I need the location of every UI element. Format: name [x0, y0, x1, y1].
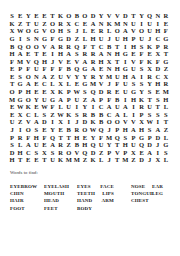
grid-cell[interactable]: Y: [32, 95, 40, 103]
grid-cell[interactable]: F: [48, 35, 56, 43]
grid-cell[interactable]: D: [97, 88, 105, 96]
grid-cell[interactable]: A: [48, 141, 56, 149]
grid-cell[interactable]: L: [162, 156, 170, 164]
grid-cell[interactable]: U: [129, 20, 137, 28]
grid-cell[interactable]: H: [113, 65, 121, 73]
grid-cell[interactable]: L: [81, 27, 89, 35]
grid-cell[interactable]: E: [162, 20, 170, 28]
grid-cell[interactable]: R: [57, 148, 65, 156]
grid-cell[interactable]: E: [8, 111, 16, 119]
grid-cell[interactable]: K: [138, 95, 146, 103]
grid-cell[interactable]: F: [105, 95, 113, 103]
grid-cell[interactable]: V: [65, 73, 73, 81]
grid-cell[interactable]: U: [57, 73, 65, 81]
grid-cell[interactable]: V: [24, 118, 32, 126]
grid-cell[interactable]: A: [89, 65, 97, 73]
grid-cell[interactable]: D: [121, 12, 129, 20]
grid-cell[interactable]: G: [138, 133, 146, 141]
grid-cell[interactable]: I: [129, 103, 137, 111]
grid-cell[interactable]: S: [8, 141, 16, 149]
grid-cell[interactable]: L: [81, 35, 89, 43]
grid-cell[interactable]: N: [97, 20, 105, 28]
grid-cell[interactable]: Z: [97, 148, 105, 156]
grid-cell[interactable]: J: [105, 126, 113, 134]
grid-cell[interactable]: M: [16, 57, 24, 65]
grid-cell[interactable]: B: [65, 65, 73, 73]
grid-cell[interactable]: B: [97, 118, 105, 126]
grid-cell[interactable]: V: [40, 27, 48, 35]
grid-cell[interactable]: A: [105, 103, 113, 111]
grid-cell[interactable]: S: [138, 65, 146, 73]
grid-cell[interactable]: E: [40, 126, 48, 134]
grid-cell[interactable]: Y: [81, 73, 89, 81]
grid-cell[interactable]: R: [162, 42, 170, 50]
grid-cell[interactable]: I: [73, 103, 81, 111]
grid-cell[interactable]: G: [121, 65, 129, 73]
grid-cell[interactable]: D: [154, 133, 162, 141]
grid-cell[interactable]: F: [24, 133, 32, 141]
grid-cell[interactable]: S: [162, 111, 170, 119]
grid-cell[interactable]: O: [24, 42, 32, 50]
grid-cell[interactable]: T: [129, 12, 137, 20]
grid-cell[interactable]: T: [16, 156, 24, 164]
grid-cell[interactable]: H: [121, 73, 129, 81]
grid-cell[interactable]: R: [97, 27, 105, 35]
grid-cell[interactable]: H: [113, 50, 121, 58]
grid-cell[interactable]: H: [73, 133, 81, 141]
grid-cell[interactable]: T: [162, 118, 170, 126]
grid-cell[interactable]: L: [65, 80, 73, 88]
grid-cell[interactable]: B: [113, 95, 121, 103]
grid-cell[interactable]: R: [105, 88, 113, 96]
grid-cell[interactable]: Q: [81, 148, 89, 156]
grid-cell[interactable]: L: [32, 111, 40, 119]
grid-cell[interactable]: P: [154, 42, 162, 50]
grid-cell[interactable]: R: [162, 80, 170, 88]
grid-cell[interactable]: X: [65, 20, 73, 28]
grid-cell[interactable]: O: [48, 20, 56, 28]
grid-cell[interactable]: N: [105, 65, 113, 73]
grid-cell[interactable]: S: [24, 35, 32, 43]
grid-cell[interactable]: L: [162, 103, 170, 111]
grid-cell[interactable]: O: [81, 12, 89, 20]
grid-cell[interactable]: X: [105, 57, 113, 65]
grid-cell[interactable]: F: [154, 57, 162, 65]
grid-cell[interactable]: U: [138, 35, 146, 43]
grid-cell[interactable]: M: [162, 88, 170, 96]
grid-cell[interactable]: I: [129, 111, 137, 119]
grid-cell[interactable]: B: [65, 126, 73, 134]
grid-cell[interactable]: E: [32, 12, 40, 20]
grid-cell[interactable]: R: [16, 133, 24, 141]
grid-cell[interactable]: X: [162, 73, 170, 81]
grid-cell[interactable]: W: [89, 126, 97, 134]
grid-cell[interactable]: I: [154, 148, 162, 156]
grid-cell[interactable]: X: [138, 118, 146, 126]
grid-cell[interactable]: M: [65, 156, 73, 164]
grid-cell[interactable]: V: [105, 12, 113, 20]
grid-cell[interactable]: U: [32, 141, 40, 149]
grid-cell[interactable]: A: [24, 141, 32, 149]
grid-cell[interactable]: O: [138, 27, 146, 35]
grid-cell[interactable]: A: [65, 50, 73, 58]
grid-cell[interactable]: B: [97, 111, 105, 119]
grid-cell[interactable]: L: [105, 27, 113, 35]
grid-cell[interactable]: Y: [81, 103, 89, 111]
grid-cell[interactable]: S: [73, 50, 81, 58]
grid-cell[interactable]: K: [146, 57, 154, 65]
grid-cell[interactable]: H: [162, 95, 170, 103]
grid-cell[interactable]: G: [48, 95, 56, 103]
grid-cell[interactable]: J: [154, 141, 162, 149]
grid-cell[interactable]: I: [65, 118, 73, 126]
grid-cell[interactable]: V: [57, 57, 65, 65]
grid-cell[interactable]: A: [48, 42, 56, 50]
grid-cell[interactable]: X: [57, 118, 65, 126]
grid-cell[interactable]: A: [40, 73, 48, 81]
grid-cell[interactable]: F: [138, 57, 146, 65]
grid-cell[interactable]: F: [162, 27, 170, 35]
grid-cell[interactable]: A: [81, 57, 89, 65]
grid-cell[interactable]: Q: [32, 57, 40, 65]
grid-cell[interactable]: N: [105, 50, 113, 58]
grid-cell[interactable]: U: [40, 95, 48, 103]
grid-cell[interactable]: U: [146, 20, 154, 28]
grid-cell[interactable]: U: [129, 65, 137, 73]
grid-cell[interactable]: V: [24, 57, 32, 65]
grid-cell[interactable]: R: [57, 20, 65, 28]
grid-cell[interactable]: G: [129, 88, 137, 96]
grid-cell[interactable]: D: [138, 156, 146, 164]
grid-cell[interactable]: U: [8, 118, 16, 126]
grid-cell[interactable]: B: [73, 141, 81, 149]
grid-cell[interactable]: H: [40, 57, 48, 65]
grid-cell[interactable]: S: [16, 73, 24, 81]
grid-cell[interactable]: S: [81, 88, 89, 96]
grid-cell[interactable]: E: [40, 141, 48, 149]
grid-cell[interactable]: T: [65, 133, 73, 141]
grid-cell[interactable]: P: [129, 35, 137, 43]
grid-cell[interactable]: X: [154, 50, 162, 58]
grid-cell[interactable]: K: [57, 88, 65, 96]
grid-cell[interactable]: F: [48, 65, 56, 73]
grid-cell[interactable]: T: [8, 80, 16, 88]
grid-cell[interactable]: A: [89, 20, 97, 28]
grid-cell[interactable]: Q: [16, 42, 24, 50]
grid-cell[interactable]: L: [48, 80, 56, 88]
grid-cell[interactable]: C: [97, 42, 105, 50]
grid-cell[interactable]: W: [73, 88, 81, 96]
grid-cell[interactable]: I: [138, 73, 146, 81]
grid-cell[interactable]: T: [32, 50, 40, 58]
grid-cell[interactable]: M: [73, 156, 81, 164]
grid-cell[interactable]: E: [24, 156, 32, 164]
grid-cell[interactable]: V: [129, 57, 137, 65]
grid-cell[interactable]: C: [154, 35, 162, 43]
grid-cell[interactable]: P: [105, 148, 113, 156]
grid-cell[interactable]: Y: [89, 133, 97, 141]
grid-cell[interactable]: J: [73, 27, 81, 35]
grid-cell[interactable]: T: [113, 57, 121, 65]
grid-cell[interactable]: G: [162, 141, 170, 149]
grid-cell[interactable]: T: [113, 156, 121, 164]
grid-cell[interactable]: D: [65, 35, 73, 43]
grid-cell[interactable]: R: [57, 141, 65, 149]
grid-cell[interactable]: R: [89, 73, 97, 81]
grid-cell[interactable]: M: [105, 73, 113, 81]
grid-cell[interactable]: W: [57, 111, 65, 119]
grid-cell[interactable]: C: [24, 148, 32, 156]
grid-cell[interactable]: F: [24, 65, 32, 73]
grid-cell[interactable]: O: [48, 27, 56, 35]
grid-cell[interactable]: V: [129, 118, 137, 126]
grid-cell[interactable]: E: [32, 88, 40, 96]
grid-cell[interactable]: Q: [89, 141, 97, 149]
grid-cell[interactable]: T: [154, 103, 162, 111]
grid-cell[interactable]: P: [65, 95, 73, 103]
grid-cell[interactable]: E: [24, 50, 32, 58]
grid-cell[interactable]: P: [138, 111, 146, 119]
grid-cell[interactable]: K: [89, 118, 97, 126]
grid-cell[interactable]: M: [121, 156, 129, 164]
grid-cell[interactable]: U: [121, 80, 129, 88]
grid-cell[interactable]: Z: [129, 156, 137, 164]
grid-cell[interactable]: K: [57, 156, 65, 164]
grid-cell[interactable]: D: [154, 65, 162, 73]
grid-cell[interactable]: S: [154, 95, 162, 103]
grid-cell[interactable]: K: [65, 111, 73, 119]
grid-cell[interactable]: H: [81, 141, 89, 149]
grid-cell[interactable]: P: [146, 133, 154, 141]
grid-cell[interactable]: O: [65, 148, 73, 156]
grid-cell[interactable]: W: [16, 27, 24, 35]
grid-cell[interactable]: I: [138, 20, 146, 28]
grid-cell[interactable]: M: [105, 133, 113, 141]
grid-cell[interactable]: R: [73, 126, 81, 134]
grid-cell[interactable]: I: [121, 57, 129, 65]
grid-cell[interactable]: A: [121, 103, 129, 111]
grid-cell[interactable]: S: [32, 126, 40, 134]
grid-cell[interactable]: V: [73, 57, 81, 65]
grid-cell[interactable]: T: [146, 95, 154, 103]
grid-cell[interactable]: X: [57, 80, 65, 88]
grid-cell[interactable]: E: [113, 88, 121, 96]
grid-cell[interactable]: E: [40, 12, 48, 20]
grid-cell[interactable]: Y: [105, 141, 113, 149]
grid-cell[interactable]: E: [81, 133, 89, 141]
grid-cell[interactable]: Y: [97, 12, 105, 20]
grid-cell[interactable]: O: [24, 27, 32, 35]
grid-cell[interactable]: I: [16, 35, 24, 43]
grid-cell[interactable]: G: [32, 27, 40, 35]
grid-cell[interactable]: C: [24, 111, 32, 119]
grid-cell[interactable]: N: [32, 35, 40, 43]
grid-cell[interactable]: Z: [48, 73, 56, 81]
grid-cell[interactable]: H: [16, 148, 24, 156]
grid-cell[interactable]: E: [8, 65, 16, 73]
grid-cell[interactable]: U: [129, 141, 137, 149]
grid-cell[interactable]: J: [146, 35, 154, 43]
grid-cell[interactable]: Z: [48, 111, 56, 119]
grid-cell[interactable]: Y: [48, 126, 56, 134]
grid-cell[interactable]: R: [57, 42, 65, 50]
grid-cell[interactable]: L: [162, 133, 170, 141]
grid-cell[interactable]: Q: [89, 88, 97, 96]
grid-cell[interactable]: S: [146, 88, 154, 96]
grid-cell[interactable]: A: [113, 111, 121, 119]
grid-cell[interactable]: S: [32, 148, 40, 156]
grid-cell[interactable]: U: [97, 141, 105, 149]
grid-cell[interactable]: N: [32, 73, 40, 81]
grid-cell[interactable]: P: [129, 133, 137, 141]
grid-cell[interactable]: H: [8, 156, 16, 164]
grid-cell[interactable]: U: [146, 103, 154, 111]
grid-cell[interactable]: E: [16, 12, 24, 20]
grid-cell[interactable]: G: [81, 80, 89, 88]
grid-cell[interactable]: Z: [16, 118, 24, 126]
grid-cell[interactable]: T: [40, 156, 48, 164]
grid-cell[interactable]: Y: [146, 80, 154, 88]
grid-cell[interactable]: V: [129, 27, 137, 35]
grid-cell[interactable]: E: [57, 126, 65, 134]
grid-cell[interactable]: J: [73, 118, 81, 126]
grid-cell[interactable]: L: [57, 103, 65, 111]
grid-cell[interactable]: S: [138, 42, 146, 50]
grid-cell[interactable]: G: [57, 35, 65, 43]
grid-cell[interactable]: U: [48, 156, 56, 164]
grid-cell[interactable]: K: [89, 156, 97, 164]
grid-cell[interactable]: F: [113, 80, 121, 88]
grid-cell[interactable]: A: [129, 126, 137, 134]
grid-cell[interactable]: Z: [162, 65, 170, 73]
grid-cell[interactable]: T: [113, 42, 121, 50]
grid-cell[interactable]: H: [129, 42, 137, 50]
grid-cell[interactable]: H: [121, 35, 129, 43]
grid-cell[interactable]: Y: [97, 73, 105, 81]
grid-cell[interactable]: H: [57, 27, 65, 35]
grid-cell[interactable]: H: [89, 35, 97, 43]
grid-cell[interactable]: M: [89, 80, 97, 88]
grid-cell[interactable]: S: [121, 133, 129, 141]
grid-cell[interactable]: A: [97, 50, 105, 58]
grid-cell[interactable]: F: [40, 65, 48, 73]
grid-cell[interactable]: A: [32, 118, 40, 126]
grid-cell[interactable]: E: [89, 27, 97, 35]
grid-cell[interactable]: E: [97, 65, 105, 73]
grid-cell[interactable]: R: [65, 42, 73, 50]
grid-cell[interactable]: A: [57, 95, 65, 103]
grid-cell[interactable]: O: [105, 118, 113, 126]
grid-cell[interactable]: Z: [65, 141, 73, 149]
grid-cell[interactable]: E: [129, 50, 137, 58]
grid-cell[interactable]: J: [105, 35, 113, 43]
grid-cell[interactable]: H: [138, 126, 146, 134]
grid-cell[interactable]: C: [154, 73, 162, 81]
grid-cell[interactable]: V: [113, 148, 121, 156]
grid-cell[interactable]: C: [105, 111, 113, 119]
grid-cell[interactable]: N: [154, 12, 162, 20]
grid-cell[interactable]: Y: [73, 73, 81, 81]
grid-cell[interactable]: S: [129, 80, 137, 88]
grid-cell[interactable]: I: [48, 50, 56, 58]
grid-cell[interactable]: Q: [48, 133, 56, 141]
grid-cell[interactable]: N: [121, 20, 129, 28]
grid-cell[interactable]: E: [40, 50, 48, 58]
grid-cell[interactable]: G: [162, 57, 170, 65]
grid-cell[interactable]: V: [113, 12, 121, 20]
grid-cell[interactable]: T: [89, 42, 97, 50]
grid-cell[interactable]: O: [65, 12, 73, 20]
grid-cell[interactable]: M: [8, 95, 16, 103]
grid-cell[interactable]: D: [146, 141, 154, 149]
grid-cell[interactable]: R: [89, 50, 97, 58]
grid-cell[interactable]: I: [121, 42, 129, 50]
grid-cell[interactable]: Z: [16, 20, 24, 28]
grid-cell[interactable]: B: [89, 111, 97, 119]
grid-cell[interactable]: T: [57, 133, 65, 141]
grid-cell[interactable]: G: [121, 50, 129, 58]
grid-cell[interactable]: S: [8, 12, 16, 20]
grid-cell[interactable]: Z: [40, 20, 48, 28]
grid-cell[interactable]: F: [97, 133, 105, 141]
grid-cell[interactable]: S: [154, 111, 162, 119]
grid-cell[interactable]: C: [73, 20, 81, 28]
grid-cell[interactable]: F: [138, 50, 146, 58]
grid-cell[interactable]: V: [73, 148, 81, 156]
grid-cell[interactable]: I: [154, 20, 162, 28]
grid-cell[interactable]: P: [121, 148, 129, 156]
grid-cell[interactable]: T: [113, 141, 121, 149]
grid-cell[interactable]: E: [8, 73, 16, 81]
grid-cell[interactable]: X: [16, 111, 24, 119]
grid-cell[interactable]: E: [146, 50, 154, 58]
grid-cell[interactable]: X: [146, 65, 154, 73]
grid-cell[interactable]: E: [8, 103, 16, 111]
grid-cell[interactable]: P: [113, 126, 121, 134]
grid-cell[interactable]: P: [97, 95, 105, 103]
grid-cell[interactable]: A: [16, 50, 24, 58]
grid-cell[interactable]: L: [121, 111, 129, 119]
grid-cell[interactable]: O: [24, 73, 32, 81]
grid-cell[interactable]: U: [113, 35, 121, 43]
grid-cell[interactable]: H: [129, 95, 137, 103]
grid-cell[interactable]: H: [121, 126, 129, 134]
grid-cell[interactable]: G: [40, 35, 48, 43]
grid-cell[interactable]: X: [40, 148, 48, 156]
grid-cell[interactable]: H: [154, 80, 162, 88]
grid-cell[interactable]: U: [65, 103, 73, 111]
grid-cell[interactable]: W: [146, 118, 154, 126]
grid-cell[interactable]: H: [121, 141, 129, 149]
grid-cell[interactable]: A: [129, 73, 137, 81]
grid-cell[interactable]: G: [81, 65, 89, 73]
grid-cell[interactable]: U: [97, 35, 105, 43]
grid-cell[interactable]: Z: [81, 156, 89, 164]
grid-cell[interactable]: B: [105, 42, 113, 50]
grid-cell[interactable]: A: [154, 126, 162, 134]
grid-cell[interactable]: Q: [138, 141, 146, 149]
grid-cell[interactable]: E: [138, 148, 146, 156]
grid-cell[interactable]: B: [73, 12, 81, 20]
grid-cell[interactable]: U: [32, 65, 40, 73]
grid-cell[interactable]: A: [121, 27, 129, 35]
grid-cell[interactable]: W: [40, 103, 48, 111]
grid-cell[interactable]: C: [97, 103, 105, 111]
grid-cell[interactable]: F: [40, 133, 48, 141]
grid-cell[interactable]: R: [138, 103, 146, 111]
grid-cell[interactable]: H: [97, 57, 105, 65]
grid-cell[interactable]: O: [113, 118, 121, 126]
